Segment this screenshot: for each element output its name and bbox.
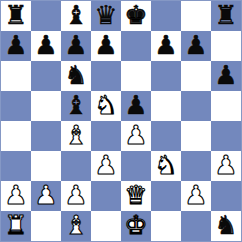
square-a1[interactable]: ♜	[1, 211, 31, 241]
piece-white-pawn[interactable]: ♟	[184, 182, 207, 208]
piece-white-bishop[interactable]: ♝	[64, 122, 87, 148]
piece-black-pawn[interactable]: ♟	[94, 32, 117, 58]
piece-white-queen[interactable]: ♛	[124, 182, 147, 208]
square-b8[interactable]	[31, 1, 61, 31]
square-b4[interactable]	[31, 121, 61, 151]
square-d4[interactable]	[91, 121, 121, 151]
square-g7[interactable]: ♟	[181, 31, 211, 61]
square-h3[interactable]: ♟	[211, 151, 241, 181]
square-e5[interactable]: ♟	[121, 91, 151, 121]
piece-black-knight[interactable]: ♞	[64, 62, 87, 88]
piece-white-king[interactable]: ♚	[124, 212, 147, 238]
square-f3[interactable]: ♞	[151, 151, 181, 181]
square-d3[interactable]: ♟	[91, 151, 121, 181]
square-e6[interactable]	[121, 61, 151, 91]
piece-white-knight[interactable]: ♞	[154, 152, 177, 178]
square-d6[interactable]	[91, 61, 121, 91]
square-f7[interactable]: ♟	[151, 31, 181, 61]
square-c4[interactable]: ♝	[61, 121, 91, 151]
square-h5[interactable]	[211, 91, 241, 121]
square-e8[interactable]: ♚	[121, 1, 151, 31]
square-h8[interactable]: ♜	[211, 1, 241, 31]
square-b6[interactable]	[31, 61, 61, 91]
square-e2[interactable]: ♛	[121, 181, 151, 211]
square-c7[interactable]: ♟	[61, 31, 91, 61]
square-f6[interactable]	[151, 61, 181, 91]
square-d2[interactable]	[91, 181, 121, 211]
square-a6[interactable]	[1, 61, 31, 91]
square-b3[interactable]	[31, 151, 61, 181]
square-f1[interactable]	[151, 211, 181, 241]
square-c2[interactable]: ♟	[61, 181, 91, 211]
square-h2[interactable]	[211, 181, 241, 211]
square-d1[interactable]	[91, 211, 121, 241]
piece-black-pawn[interactable]: ♟	[184, 32, 207, 58]
piece-white-pawn[interactable]: ♟	[64, 182, 87, 208]
square-a8[interactable]: ♜	[1, 1, 31, 31]
chess-board: ♜♝♛♚♜♟♟♟♟♟♟♞♟♝♞♟♝♟♟♞♟♟♟♟♛♟♜♝♚♞	[0, 0, 242, 242]
square-b7[interactable]: ♟	[31, 31, 61, 61]
piece-black-rook[interactable]: ♜	[4, 2, 27, 28]
square-g5[interactable]	[181, 91, 211, 121]
square-a3[interactable]	[1, 151, 31, 181]
piece-white-pawn[interactable]: ♟	[34, 182, 57, 208]
square-g4[interactable]	[181, 121, 211, 151]
square-d5[interactable]: ♞	[91, 91, 121, 121]
piece-black-pawn[interactable]: ♟	[34, 32, 57, 58]
piece-black-bishop[interactable]: ♝	[64, 2, 87, 28]
square-b5[interactable]	[31, 91, 61, 121]
square-g6[interactable]	[181, 61, 211, 91]
piece-white-rook[interactable]: ♜	[4, 212, 27, 238]
piece-black-pawn[interactable]: ♟	[124, 92, 147, 118]
square-c1[interactable]: ♝	[61, 211, 91, 241]
piece-black-queen[interactable]: ♛	[94, 2, 117, 28]
square-g3[interactable]	[181, 151, 211, 181]
square-f2[interactable]	[151, 181, 181, 211]
piece-black-king[interactable]: ♚	[124, 2, 147, 28]
piece-black-knight[interactable]: ♞	[214, 212, 237, 238]
square-h6[interactable]: ♟	[211, 61, 241, 91]
square-b2[interactable]: ♟	[31, 181, 61, 211]
chess-board-wrapper: ♜♝♛♚♜♟♟♟♟♟♟♞♟♝♞♟♝♟♟♞♟♟♟♟♛♟♜♝♚♞	[0, 0, 242, 242]
square-a4[interactable]	[1, 121, 31, 151]
piece-black-pawn[interactable]: ♟	[64, 32, 87, 58]
piece-black-pawn[interactable]: ♟	[214, 62, 237, 88]
square-f5[interactable]	[151, 91, 181, 121]
square-d8[interactable]: ♛	[91, 1, 121, 31]
square-b1[interactable]	[31, 211, 61, 241]
square-h4[interactable]	[211, 121, 241, 151]
square-a2[interactable]: ♟	[1, 181, 31, 211]
square-c8[interactable]: ♝	[61, 1, 91, 31]
piece-white-pawn[interactable]: ♟	[124, 122, 147, 148]
piece-white-bishop[interactable]: ♝	[64, 212, 87, 238]
square-a5[interactable]	[1, 91, 31, 121]
piece-white-pawn[interactable]: ♟	[214, 152, 237, 178]
piece-black-pawn[interactable]: ♟	[4, 32, 27, 58]
square-a7[interactable]: ♟	[1, 31, 31, 61]
square-c3[interactable]	[61, 151, 91, 181]
piece-black-rook[interactable]: ♜	[214, 2, 237, 28]
square-g8[interactable]	[181, 1, 211, 31]
square-f4[interactable]	[151, 121, 181, 151]
piece-black-pawn[interactable]: ♟	[154, 32, 177, 58]
square-d7[interactable]: ♟	[91, 31, 121, 61]
square-c5[interactable]: ♝	[61, 91, 91, 121]
square-c6[interactable]: ♞	[61, 61, 91, 91]
square-e4[interactable]: ♟	[121, 121, 151, 151]
square-g2[interactable]: ♟	[181, 181, 211, 211]
square-f8[interactable]	[151, 1, 181, 31]
square-h7[interactable]	[211, 31, 241, 61]
square-h1[interactable]: ♞	[211, 211, 241, 241]
square-e3[interactable]	[121, 151, 151, 181]
piece-black-bishop[interactable]: ♝	[64, 92, 87, 118]
piece-white-pawn[interactable]: ♟	[94, 152, 117, 178]
square-e1[interactable]: ♚	[121, 211, 151, 241]
piece-white-pawn[interactable]: ♟	[4, 182, 27, 208]
square-g1[interactable]	[181, 211, 211, 241]
square-e7[interactable]	[121, 31, 151, 61]
piece-white-knight[interactable]: ♞	[94, 92, 117, 118]
